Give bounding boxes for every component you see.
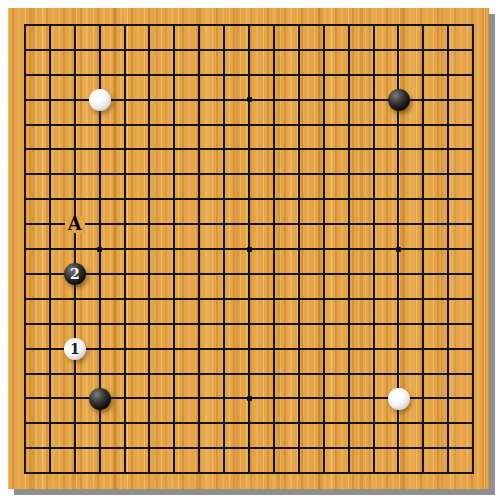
goban-overlay: 21A (8, 8, 489, 489)
stone-white[interactable] (388, 388, 410, 410)
star-point (97, 247, 102, 252)
star-point (247, 97, 252, 102)
move-number: 2 (64, 263, 86, 285)
star-point (396, 247, 401, 252)
stone-black[interactable]: 2 (64, 263, 86, 285)
move-number: 1 (64, 338, 86, 360)
stone-black[interactable] (89, 388, 111, 410)
point-label-A[interactable]: A (65, 216, 85, 233)
stone-black[interactable] (388, 89, 410, 111)
star-point (247, 396, 252, 401)
stone-white[interactable]: 1 (64, 338, 86, 360)
goban[interactable]: 21A (8, 8, 489, 489)
stone-white[interactable] (89, 89, 111, 111)
page-background: 21A (0, 0, 500, 500)
star-point (247, 247, 252, 252)
